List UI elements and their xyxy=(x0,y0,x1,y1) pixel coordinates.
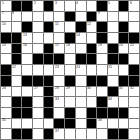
cell-r10c6[interactable]: 33 xyxy=(54,97,64,107)
block-r1c2 xyxy=(12,1,22,11)
clue-number-18: 18 xyxy=(66,43,70,47)
block-r3c5 xyxy=(44,22,54,32)
block-r4c10 xyxy=(97,33,107,43)
cell-r5c6[interactable]: 17 xyxy=(54,44,64,54)
clue-number-2: 2 xyxy=(34,1,36,5)
cell-r12c1[interactable]: 35 xyxy=(1,119,11,129)
cell-r9c9[interactable]: 30 xyxy=(87,87,97,97)
block-r13c2 xyxy=(12,129,22,139)
clue-number-35: 35 xyxy=(2,118,6,122)
clue-number-8: 8 xyxy=(12,11,14,15)
clue-number-31: 31 xyxy=(119,86,123,90)
cell-r12c13[interactable] xyxy=(129,119,139,129)
block-r8c3 xyxy=(22,76,32,86)
block-r12c7 xyxy=(65,119,75,129)
cell-r7c5[interactable] xyxy=(44,65,54,75)
block-r7c1 xyxy=(1,65,11,75)
cell-r11c8[interactable] xyxy=(76,108,86,118)
block-r1c12 xyxy=(119,1,129,11)
block-r8c4 xyxy=(33,76,43,86)
cell-r4c3[interactable]: 13 xyxy=(22,33,32,43)
block-r10c2 xyxy=(12,97,22,107)
cell-r2c1[interactable]: 7 xyxy=(1,12,11,22)
cell-r9c3[interactable] xyxy=(22,87,32,97)
clue-number-36: 36 xyxy=(98,118,102,122)
block-r3c12 xyxy=(119,22,129,32)
cell-r2c4[interactable] xyxy=(33,12,43,22)
clue-number-29: 29 xyxy=(66,86,70,90)
block-r7c13 xyxy=(129,65,139,75)
cell-r7c10[interactable] xyxy=(97,65,107,75)
cell-r7c6[interactable]: 23 xyxy=(54,65,64,75)
cell-r8c6[interactable] xyxy=(54,76,64,86)
cell-r4c9[interactable] xyxy=(87,33,97,43)
cell-r4c4[interactable] xyxy=(33,33,43,43)
clue-number-15: 15 xyxy=(2,43,6,47)
cell-r9c7[interactable]: 29 xyxy=(65,87,75,97)
cell-r5c1[interactable]: 15 xyxy=(1,44,11,54)
block-r11c7 xyxy=(65,108,75,118)
cell-r4c6[interactable] xyxy=(54,33,64,43)
cell-r3c1[interactable]: 10 xyxy=(1,22,11,32)
cell-r7c12[interactable] xyxy=(119,65,129,75)
cell-r12c5[interactable] xyxy=(44,119,54,129)
block-r4c13 xyxy=(129,33,139,43)
block-r1c3 xyxy=(22,1,32,11)
block-r5c11 xyxy=(108,44,118,54)
block-r6c5 xyxy=(44,54,54,64)
block-r13c11 xyxy=(108,129,118,139)
clue-number-24: 24 xyxy=(76,65,80,69)
cell-r12c11[interactable] xyxy=(108,119,118,129)
clue-number-21: 21 xyxy=(130,43,134,47)
block-r11c5 xyxy=(44,108,54,118)
clue-number-26: 26 xyxy=(2,86,6,90)
block-r10c3 xyxy=(22,97,32,107)
block-r4c2 xyxy=(12,33,22,43)
cell-r8c2[interactable] xyxy=(12,76,22,86)
block-r8c9 xyxy=(87,76,97,86)
cell-r3c2[interactable] xyxy=(12,22,22,32)
block-r8c7 xyxy=(65,76,75,86)
cell-r2c11[interactable] xyxy=(108,12,118,22)
block-r11c11 xyxy=(108,108,118,118)
cell-r12c2[interactable] xyxy=(12,119,22,129)
cell-r2c10[interactable]: 9 xyxy=(97,12,107,22)
clue-number-17: 17 xyxy=(55,43,59,47)
block-r6c8 xyxy=(76,54,86,64)
cell-r6c1[interactable] xyxy=(1,54,11,64)
cell-r12c12[interactable] xyxy=(119,119,129,129)
cell-r5c8[interactable] xyxy=(76,44,86,54)
block-r5c5 xyxy=(44,44,54,54)
clue-number-10: 10 xyxy=(2,22,6,26)
block-r8c10 xyxy=(97,76,107,86)
block-r2c9 xyxy=(87,12,97,22)
block-r11c10 xyxy=(97,108,107,118)
cell-r6c13[interactable] xyxy=(129,54,139,64)
clue-number-27: 27 xyxy=(34,86,38,90)
cell-r12c3[interactable] xyxy=(22,119,32,129)
cell-r12c4[interactable] xyxy=(33,119,43,129)
block-r13c5 xyxy=(44,129,54,139)
block-r11c2 xyxy=(12,108,22,118)
clue-number-13: 13 xyxy=(23,33,27,37)
clue-number-20: 20 xyxy=(119,43,123,47)
cell-r13c4[interactable] xyxy=(33,129,43,139)
clue-number-33: 33 xyxy=(55,97,59,101)
block-r11c12 xyxy=(119,108,129,118)
cell-r7c8[interactable]: 24 xyxy=(76,65,86,75)
cell-r13c13[interactable] xyxy=(129,129,139,139)
clue-number-12: 12 xyxy=(87,22,91,26)
cell-r11c13[interactable] xyxy=(129,108,139,118)
crossword-puzzle: 1234567891011121314151617181920212223242… xyxy=(0,0,140,140)
cell-r3c11[interactable] xyxy=(108,22,118,32)
cell-r1c6[interactable]: 3 xyxy=(54,1,64,11)
clue-number-1: 1 xyxy=(2,1,4,5)
cell-r2c12[interactable] xyxy=(119,12,129,22)
cell-r13c8[interactable] xyxy=(76,129,86,139)
cell-r7c4[interactable] xyxy=(33,65,43,75)
block-r5c2 xyxy=(12,44,22,54)
cell-r4c5[interactable] xyxy=(44,33,54,43)
clue-number-22: 22 xyxy=(12,65,16,69)
cell-r1c9[interactable] xyxy=(87,1,97,11)
cell-r1c1[interactable]: 1 xyxy=(1,1,11,11)
clue-number-19: 19 xyxy=(98,43,102,47)
cell-r13c10[interactable] xyxy=(97,129,107,139)
clue-number-34: 34 xyxy=(108,97,112,101)
cell-r12c8[interactable] xyxy=(76,119,86,129)
cell-r8c11[interactable] xyxy=(108,76,118,86)
block-r6c4 xyxy=(33,54,43,64)
cell-r1c11[interactable]: 5 xyxy=(108,1,118,11)
cell-r6c3[interactable] xyxy=(22,54,32,64)
cell-r11c6[interactable] xyxy=(54,108,64,118)
cell-r8c8[interactable] xyxy=(76,76,86,86)
clue-number-5: 5 xyxy=(108,1,110,5)
cell-r9c8[interactable] xyxy=(76,87,86,97)
cell-r10c1[interactable] xyxy=(1,97,11,107)
cell-r11c1[interactable] xyxy=(1,108,11,118)
crossword-grid: 1234567891011121314151617181920212223242… xyxy=(0,0,140,140)
cell-r2c5[interactable] xyxy=(44,12,54,22)
cell-r4c11[interactable] xyxy=(108,33,118,43)
cell-r2c3[interactable] xyxy=(22,12,32,22)
cell-r9c6[interactable]: 28 xyxy=(54,87,64,97)
block-r11c9 xyxy=(87,108,97,118)
cell-r5c12[interactable]: 20 xyxy=(119,44,129,54)
cell-r1c13[interactable]: 6 xyxy=(129,1,139,11)
cell-r13c6[interactable]: 37 xyxy=(54,129,64,139)
block-r9c11 xyxy=(108,87,118,97)
block-r6c9 xyxy=(87,54,97,64)
block-r8c1 xyxy=(1,76,11,86)
cell-r3c7[interactable] xyxy=(65,22,75,32)
cell-r10c7[interactable] xyxy=(65,97,75,107)
block-r13c3 xyxy=(22,129,32,139)
block-r4c1 xyxy=(1,33,11,43)
cell-r9c12[interactable]: 31 xyxy=(119,87,129,97)
cell-r1c7[interactable] xyxy=(65,1,75,11)
cell-r7c11[interactable]: 25 xyxy=(108,65,118,75)
cell-r2c2[interactable]: 8 xyxy=(12,12,22,22)
cell-r5c7[interactable]: 18 xyxy=(65,44,75,54)
block-r8c5 xyxy=(44,76,54,86)
block-r9c5 xyxy=(44,87,54,97)
cell-r3c4[interactable] xyxy=(33,22,43,32)
block-r2c7 xyxy=(65,12,75,22)
block-r10c5 xyxy=(44,97,54,107)
cell-r6c10[interactable] xyxy=(97,54,107,64)
cell-r13c7[interactable] xyxy=(65,129,75,139)
clue-number-14: 14 xyxy=(76,33,80,37)
block-r6c6 xyxy=(54,54,64,64)
clue-number-9: 9 xyxy=(98,11,100,15)
clue-number-16: 16 xyxy=(23,43,27,47)
block-r3c10 xyxy=(97,22,107,32)
cell-r5c3[interactable]: 16 xyxy=(22,44,32,54)
clue-number-30: 30 xyxy=(87,86,91,90)
cell-r7c3[interactable] xyxy=(22,65,32,75)
block-r6c11 xyxy=(108,54,118,64)
cell-r2c6[interactable] xyxy=(54,12,64,22)
cell-r10c13[interactable] xyxy=(129,97,139,107)
block-r5c9 xyxy=(87,44,97,54)
block-r6c12 xyxy=(119,54,129,64)
cell-r9c13[interactable]: 32 xyxy=(129,87,139,97)
cell-r9c4[interactable]: 27 xyxy=(33,87,43,97)
cell-r10c12[interactable] xyxy=(119,97,129,107)
cell-r3c6[interactable]: 11 xyxy=(54,22,64,32)
block-r1c10 xyxy=(97,1,107,11)
block-r13c12 xyxy=(119,129,129,139)
cell-r7c9[interactable] xyxy=(87,65,97,75)
cell-r9c10[interactable] xyxy=(97,87,107,97)
clue-number-7: 7 xyxy=(2,11,4,15)
clue-number-23: 23 xyxy=(55,65,59,69)
block-r4c12 xyxy=(119,33,129,43)
cell-r9c1[interactable]: 26 xyxy=(1,87,11,97)
block-r11c3 xyxy=(22,108,32,118)
cell-r10c4[interactable] xyxy=(33,97,43,107)
block-r3c3 xyxy=(22,22,32,32)
cell-r5c4[interactable] xyxy=(33,44,43,54)
clue-number-6: 6 xyxy=(130,1,132,5)
clue-number-25: 25 xyxy=(108,65,112,69)
cell-r3c13[interactable] xyxy=(129,22,139,32)
block-r10c10 xyxy=(97,97,107,107)
cell-r2c8[interactable] xyxy=(76,12,86,22)
clue-number-3: 3 xyxy=(55,1,57,5)
block-r3c8 xyxy=(76,22,86,32)
cell-r1c4[interactable]: 2 xyxy=(33,1,43,11)
block-r4c7 xyxy=(65,33,75,43)
cell-r5c13[interactable]: 21 xyxy=(129,44,139,54)
cell-r3c9[interactable]: 12 xyxy=(87,22,97,32)
block-r6c2 xyxy=(12,54,22,64)
cell-r13c1[interactable] xyxy=(1,129,11,139)
block-r1c5 xyxy=(44,1,54,11)
cell-r7c2[interactable]: 22 xyxy=(12,65,22,75)
block-r12c9 xyxy=(87,119,97,129)
cell-r10c11[interactable]: 34 xyxy=(108,97,118,107)
cell-r11c4[interactable] xyxy=(33,108,43,118)
cell-r1c8[interactable]: 4 xyxy=(76,1,86,11)
clue-number-11: 11 xyxy=(55,22,59,26)
block-r8c13 xyxy=(129,76,139,86)
cell-r9c2[interactable] xyxy=(12,87,22,97)
cell-r10c8[interactable] xyxy=(76,97,86,107)
cell-r12c10[interactable]: 36 xyxy=(97,119,107,129)
clue-number-4: 4 xyxy=(76,1,78,5)
clue-number-32: 32 xyxy=(130,86,134,90)
block-r12c6 xyxy=(54,119,64,129)
clue-number-37: 37 xyxy=(55,129,59,133)
cell-r5c10[interactable]: 19 xyxy=(97,44,107,54)
cell-r13c9[interactable] xyxy=(87,129,97,139)
block-r8c12 xyxy=(119,76,129,86)
cell-r4c8[interactable]: 14 xyxy=(76,33,86,43)
cell-r7c7[interactable] xyxy=(65,65,75,75)
cell-r6c7[interactable] xyxy=(65,54,75,64)
cell-r2c13[interactable] xyxy=(129,12,139,22)
cell-r10c9[interactable] xyxy=(87,97,97,107)
clue-number-28: 28 xyxy=(55,86,59,90)
